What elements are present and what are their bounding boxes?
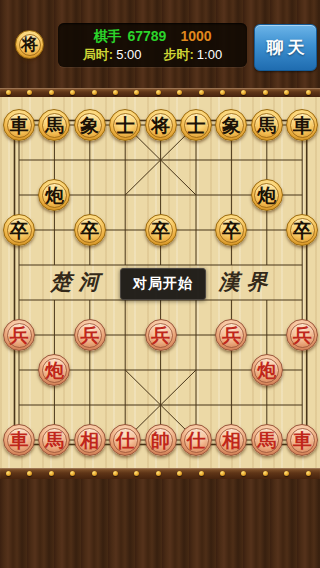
gold-stud: [49, 471, 54, 476]
xiangqi-piece-black[interactable]: 炮: [251, 179, 283, 211]
gold-stud: [306, 90, 311, 95]
top-game-time-label: 局时:: [83, 48, 113, 61]
gold-stud: [241, 90, 246, 95]
xiangqi-piece-black[interactable]: 象: [74, 109, 106, 141]
board-frame-bottom: [0, 468, 320, 479]
xiangqi-game-screen: 将 棋手 67789 1000 局时: 5:00 步时: 1:00 聊天: [0, 0, 320, 568]
gold-stud: [27, 90, 32, 95]
gold-stud: [284, 90, 289, 95]
gold-stud: [220, 90, 225, 95]
board-frame-top: [0, 88, 320, 97]
gold-stud: [263, 90, 268, 95]
chat-button[interactable]: 聊天: [254, 24, 317, 71]
gold-stud: [199, 90, 204, 95]
xiangqi-board[interactable]: 楚河 漢界 对局开始 車馬象士将士象馬車炮炮卒卒卒卒卒兵兵兵兵兵炮炮車馬相仕帥仕…: [0, 97, 320, 468]
gold-stud: [6, 90, 11, 95]
gold-stud: [49, 90, 54, 95]
xiangqi-piece-black[interactable]: 馬: [251, 109, 283, 141]
xiangqi-piece-red[interactable]: 仕: [180, 424, 212, 456]
gold-stud: [241, 471, 246, 476]
bottom-player-bar: 帥 棋手 16648 1000 局时: 4:59 步时: 0:59 菜单: [0, 479, 320, 568]
xiangqi-piece-red[interactable]: 相: [74, 424, 106, 456]
gold-stud: [113, 471, 118, 476]
gold-stud: [27, 471, 32, 476]
gold-stud: [177, 471, 182, 476]
gold-stud: [113, 90, 118, 95]
xiangqi-piece-black[interactable]: 卒: [286, 214, 318, 246]
top-move-time-label: 步时:: [164, 48, 194, 61]
xiangqi-piece-red[interactable]: 兵: [145, 319, 177, 351]
gold-stud: [220, 471, 225, 476]
gold-stud: [284, 471, 289, 476]
xiangqi-piece-black[interactable]: 卒: [74, 214, 106, 246]
top-game-time-value: 5:00: [116, 48, 141, 61]
xiangqi-piece-black[interactable]: 車: [3, 109, 35, 141]
gold-stud: [263, 471, 268, 476]
gold-stud: [70, 471, 75, 476]
xiangqi-piece-black[interactable]: 士: [109, 109, 141, 141]
gold-stud: [92, 471, 97, 476]
black-general-icon: 将: [15, 30, 44, 59]
game-start-overlay: 对局开始: [120, 268, 206, 300]
river-label-chu: 楚河: [40, 269, 110, 295]
top-info-panel: 棋手 67789 1000 局时: 5:00 步时: 1:00: [58, 23, 247, 67]
top-player-name: 棋手: [93, 29, 121, 43]
gold-stud: [6, 471, 11, 476]
xiangqi-piece-red[interactable]: 車: [286, 424, 318, 456]
xiangqi-piece-red[interactable]: 帥: [145, 424, 177, 456]
xiangqi-piece-red[interactable]: 兵: [74, 319, 106, 351]
xiangqi-piece-red[interactable]: 兵: [286, 319, 318, 351]
top-player-rating: 1000: [180, 29, 211, 43]
gold-stud: [156, 471, 161, 476]
gold-stud: [199, 471, 204, 476]
gold-stud: [134, 471, 139, 476]
xiangqi-piece-red[interactable]: 車: [3, 424, 35, 456]
gold-stud: [70, 90, 75, 95]
xiangqi-piece-red[interactable]: 兵: [3, 319, 35, 351]
gold-stud: [306, 471, 311, 476]
gold-stud: [177, 90, 182, 95]
river-label-han: 漢界: [208, 269, 278, 295]
xiangqi-piece-black[interactable]: 卒: [145, 214, 177, 246]
xiangqi-piece-black[interactable]: 将: [145, 109, 177, 141]
gold-stud: [156, 90, 161, 95]
top-player-id: 67789: [127, 29, 166, 43]
xiangqi-piece-black[interactable]: 卒: [3, 214, 35, 246]
xiangqi-piece-red[interactable]: 馬: [251, 424, 283, 456]
xiangqi-piece-red[interactable]: 炮: [251, 354, 283, 386]
top-move-time-value: 1:00: [197, 48, 222, 61]
gold-stud: [92, 90, 97, 95]
xiangqi-piece-red[interactable]: 仕: [109, 424, 141, 456]
xiangqi-piece-black[interactable]: 車: [286, 109, 318, 141]
xiangqi-piece-black[interactable]: 士: [180, 109, 212, 141]
gold-stud: [134, 90, 139, 95]
top-player-bar: 将 棋手 67789 1000 局时: 5:00 步时: 1:00 聊天: [0, 0, 320, 88]
top-player-identity: 棋手 67789 1000: [58, 29, 247, 43]
top-player-clocks: 局时: 5:00 步时: 1:00: [58, 48, 247, 61]
